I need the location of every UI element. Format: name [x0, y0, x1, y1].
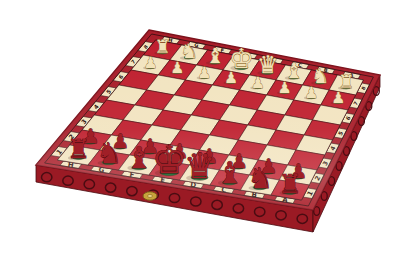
piece-glyph: ♜: [67, 134, 90, 164]
piece-glyph: ♟: [144, 54, 158, 72]
piece-red-knight-b1[interactable]: ♞: [247, 162, 273, 195]
piece-cream-pawn-a7[interactable]: ♟: [331, 89, 346, 107]
piece-glyph: ♟: [278, 79, 292, 97]
piece-cream-pawn-c7[interactable]: ♟: [277, 79, 292, 97]
piece-glyph: ♟: [331, 89, 345, 107]
piece-glyph: ♟: [171, 59, 185, 77]
brass-clasp: [143, 192, 157, 200]
piece-glyph: ♟: [305, 84, 319, 102]
piece-red-bishop-c1[interactable]: ♝: [216, 155, 243, 190]
piece-glyph: ♞: [247, 162, 273, 195]
piece-red-queen-d1[interactable]: ♛: [184, 146, 215, 186]
piece-glyph: ♟: [197, 64, 211, 82]
piece-cream-pawn-f7[interactable]: ♟: [197, 64, 212, 82]
piece-cream-pawn-h7[interactable]: ♟: [143, 54, 158, 72]
piece-glyph: ♟: [224, 69, 238, 87]
piece-glyph: ♛: [184, 146, 215, 186]
chess-board: HHGGFFEEDDCCBBAA1122334455667788♜♞♝♛♚♝♞♜…: [0, 0, 420, 259]
piece-glyph: ♝: [126, 140, 153, 175]
piece-cream-pawn-g7[interactable]: ♟: [170, 59, 185, 77]
piece-red-rook-h1[interactable]: ♜: [67, 134, 90, 164]
piece-cream-pawn-e7[interactable]: ♟: [224, 69, 239, 87]
piece-red-knight-g1[interactable]: ♞: [96, 137, 122, 170]
chess-set-photo: HHGGFFEEDDCCBBAA1122334455667788♜♞♝♛♚♝♞♜…: [0, 0, 420, 259]
piece-glyph: ♞: [96, 137, 122, 170]
piece-glyph: ♟: [251, 74, 265, 92]
piece-cream-pawn-b7[interactable]: ♟: [304, 84, 319, 102]
piece-glyph: ♚: [152, 137, 187, 182]
piece-glyph: ♝: [216, 155, 243, 190]
piece-cream-pawn-d7[interactable]: ♟: [250, 74, 265, 92]
piece-red-rook-a1[interactable]: ♜: [279, 169, 302, 199]
piece-glyph: ♜: [279, 169, 302, 199]
piece-red-king-e1[interactable]: ♚: [152, 137, 187, 182]
piece-red-bishop-f1[interactable]: ♝: [126, 140, 153, 175]
